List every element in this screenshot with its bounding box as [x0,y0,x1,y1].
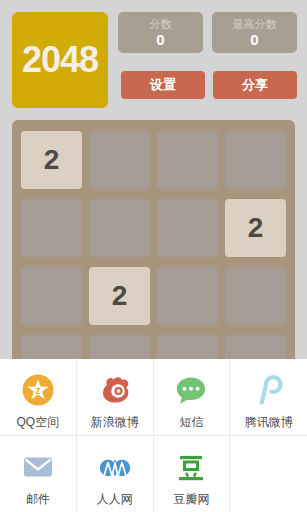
share-sheet: z QQ空间 新浪微博 [0,359,307,512]
svg-text:z: z [35,385,40,396]
tencent-weibo-icon [251,372,287,408]
share-item-label: 短信 [179,414,203,431]
share-item-label: 腾讯微博 [245,414,293,431]
board-cell-empty [21,199,82,257]
douban-icon [173,449,209,485]
board-cell-empty [21,267,82,325]
board-cell-empty [157,199,218,257]
board-cell-empty [157,131,218,189]
tile-2: 2 [89,267,150,325]
settings-button[interactable]: 设置 [121,71,205,99]
share-item-sina-weibo[interactable]: 新浪微博 [77,359,154,436]
best-score-box: 最高分数 0 [212,12,297,53]
2048-app-screen: 2048 分数 0 最高分数 0 设置 分享 222 z QQ空间 [0,0,307,512]
share-button[interactable]: 分享 [213,71,297,99]
tile-2: 2 [21,131,82,189]
tile-2: 2 [225,199,286,257]
score-label: 分数 [150,18,172,31]
share-item-label: 豆瓣网 [173,491,209,508]
renren-icon [97,449,133,485]
share-item-douban[interactable]: 豆瓣网 [154,436,231,512]
share-item-email[interactable]: 邮件 [0,436,77,512]
share-item-label: 邮件 [26,491,50,508]
qzone-icon: z [20,372,56,408]
share-item-qzone[interactable]: z QQ空间 [0,359,77,436]
score-value: 0 [156,31,164,48]
board-cell-empty [157,267,218,325]
board-cell-empty [89,199,150,257]
best-score-value: 0 [250,31,258,48]
sms-icon [173,372,209,408]
share-item-renren[interactable]: 人人网 [77,436,154,512]
share-cell-empty [230,436,307,512]
sina-weibo-icon [97,372,133,408]
share-item-sms[interactable]: 短信 [154,359,231,436]
best-score-label: 最高分数 [233,18,277,31]
game-logo: 2048 [12,12,108,108]
board-cell-empty [89,131,150,189]
share-item-label: 人人网 [97,491,133,508]
board-cell-empty [225,267,286,325]
score-box: 分数 0 [118,12,203,53]
share-item-tencent-weibo[interactable]: 腾讯微博 [230,359,307,436]
email-icon [20,449,56,485]
share-item-label: 新浪微博 [91,414,139,431]
share-item-label: QQ空间 [17,414,60,431]
board-cell-empty [225,131,286,189]
